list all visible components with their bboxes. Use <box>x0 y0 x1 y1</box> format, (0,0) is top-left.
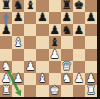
square-c5[interactable] <box>24 36 36 48</box>
black-king-g8[interactable]: ♚ <box>73 0 85 12</box>
square-g4[interactable] <box>73 49 85 61</box>
square-h4[interactable] <box>85 49 97 61</box>
white-pawn-c3[interactable]: ♟ <box>24 61 36 73</box>
square-c6[interactable] <box>24 24 36 36</box>
square-c2[interactable] <box>24 73 36 85</box>
black-rook-a8[interactable]: ♜ <box>0 0 12 12</box>
square-b1[interactable] <box>12 85 24 97</box>
black-pawn-a6[interactable]: ♟ <box>0 24 12 36</box>
white-pawn-b2[interactable]: ♟ <box>12 73 24 85</box>
white-knight-f2[interactable]: ♞ <box>61 73 73 85</box>
black-pawn-h7[interactable]: ♟ <box>85 12 97 24</box>
black-knight-f6[interactable]: ♞ <box>61 24 73 36</box>
black-pawn-g6[interactable]: ♟ <box>73 24 85 36</box>
square-d6[interactable] <box>36 24 48 36</box>
square-e3[interactable] <box>49 61 61 73</box>
square-b4[interactable] <box>12 49 24 61</box>
white-bishop-d2[interactable]: ♝ <box>36 73 48 85</box>
square-g5[interactable] <box>73 36 85 48</box>
square-c7[interactable] <box>24 12 36 24</box>
square-d1[interactable] <box>36 85 48 97</box>
square-a5[interactable] <box>0 36 12 48</box>
black-pawn-b7[interactable]: ♟ <box>12 12 24 24</box>
white-bishop-b5[interactable]: ♝ <box>12 36 24 48</box>
square-d5[interactable] <box>36 36 48 48</box>
black-pawn-d7[interactable]: ♟ <box>36 12 48 24</box>
white-pawn-g2[interactable]: ♟ <box>73 73 85 85</box>
window-background-edge <box>97 0 100 99</box>
square-h6[interactable] <box>85 24 97 36</box>
white-king-e1[interactable]: ♚ <box>49 85 61 97</box>
square-f1[interactable] <box>61 85 73 97</box>
square-h5[interactable] <box>85 36 97 48</box>
chess-app-screenshot: ♜♞♝♜♚♟♟♟♟♟♟♞♟♝♝♟♞♟♛♟♟♝♞♟♟♜♚♜ <box>0 0 100 99</box>
white-pawn-e4[interactable]: ♟ <box>49 49 61 61</box>
white-rook-a1[interactable]: ♜ <box>0 85 12 97</box>
white-rook-h1[interactable]: ♜ <box>85 85 97 97</box>
square-e8[interactable] <box>49 0 61 12</box>
square-f5[interactable] <box>61 36 73 48</box>
square-c1[interactable] <box>24 85 36 97</box>
window-background-edge <box>0 97 100 99</box>
square-d4[interactable] <box>36 49 48 61</box>
square-g1[interactable] <box>73 85 85 97</box>
black-bishop-c8[interactable]: ♝ <box>24 0 36 12</box>
